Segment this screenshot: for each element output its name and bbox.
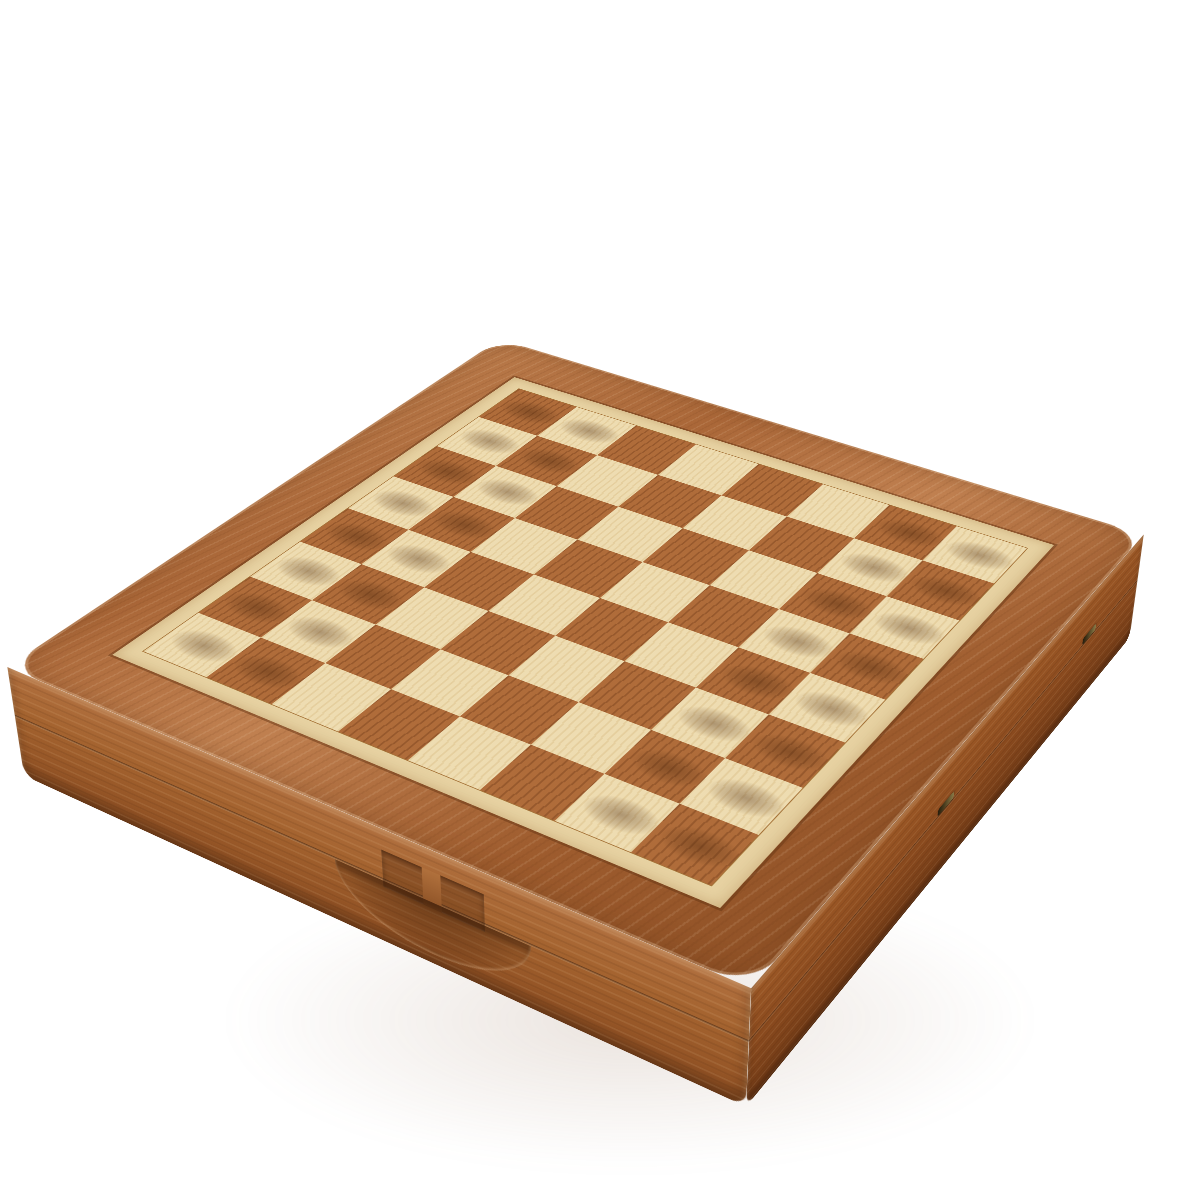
piece-shadow — [377, 539, 461, 579]
white-rook-icon: ♜ — [637, 720, 754, 850]
product-photo-scene: ♜♞♝♛♚♝♞♜♟♟♟♟♟♟♟♟♟♟♟♟♟♟♟♟♜♞♝♛♚♝♞♜ — [0, 0, 1200, 1200]
piece-shadow — [408, 454, 487, 490]
piece-shadow — [493, 396, 569, 429]
piece-shadow — [510, 444, 588, 479]
piece-shadow — [451, 424, 528, 458]
piece-shadow — [551, 414, 628, 448]
piece-shadow — [423, 506, 505, 544]
black-pawn-icon: ♟ — [224, 586, 305, 676]
piece-shadow — [363, 485, 444, 522]
camera: ♜♞♝♛♚♝♞♜♟♟♟♟♟♟♟♟♟♟♟♟♟♟♟♟♜♞♝♛♚♝♞♜ — [0, 0, 1200, 1200]
piece-shadow — [468, 474, 548, 511]
